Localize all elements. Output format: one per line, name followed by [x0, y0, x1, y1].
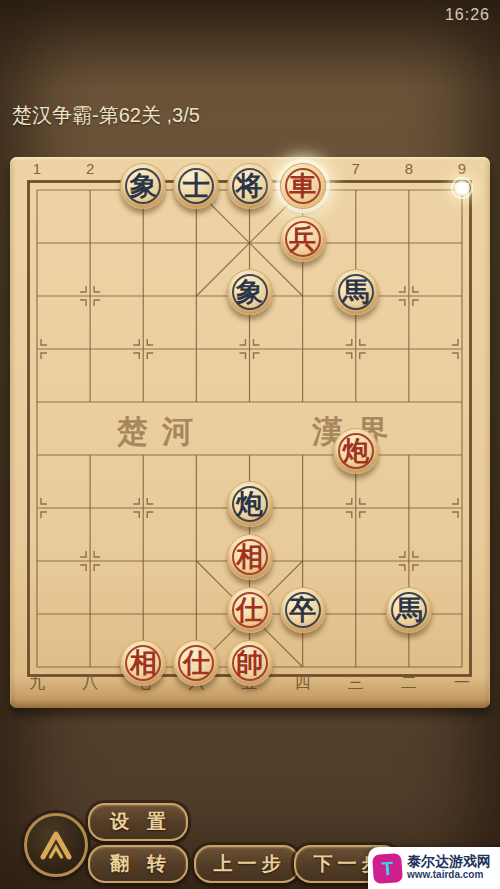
file-label-top: 7: [345, 160, 367, 177]
watermark-badge: T 泰尔达游戏网 www.tairda.com: [368, 847, 500, 889]
river-label-chu-he: 楚河: [95, 411, 215, 453]
flip-board-button[interactable]: 翻转: [88, 845, 188, 883]
piece-red-chariot[interactable]: 車: [280, 163, 326, 209]
file-label-bottom: 二: [398, 673, 420, 694]
menu-toggle-button[interactable]: [24, 813, 88, 877]
piece-red-advisor[interactable]: 仕: [227, 587, 273, 633]
file-label-bottom: 八: [79, 673, 101, 694]
app-screen: 16:26 楚汉争霸-第62关 ,3/5 楚河 漢界 123456789九八七六…: [0, 0, 500, 889]
piece-black-elephant[interactable]: 象: [227, 269, 273, 315]
file-label-top: 1: [26, 160, 48, 177]
piece-black-general[interactable]: 将: [227, 163, 273, 209]
settings-button-label: 设置: [110, 809, 184, 835]
last-move-origin-marker: [453, 179, 471, 197]
file-label-top: 2: [79, 160, 101, 177]
level-title: 楚汉争霸-第62关 ,3/5: [12, 102, 200, 129]
file-label-bottom: 一: [451, 673, 473, 694]
previous-move-label: 上一步: [214, 851, 286, 877]
watermark-site-name: 泰尔达游戏网: [407, 855, 491, 870]
chevron-up-icon: [38, 829, 74, 861]
file-label-top: 8: [398, 160, 420, 177]
piece-black-soldier[interactable]: 卒: [280, 587, 326, 633]
piece-red-general[interactable]: 帥: [227, 640, 273, 686]
previous-move-button[interactable]: 上一步: [194, 845, 300, 883]
piece-red-soldier[interactable]: 兵: [280, 216, 326, 262]
watermark-logo-icon: T: [372, 853, 403, 884]
piece-black-elephant[interactable]: 象: [120, 163, 166, 209]
piece-black-horse[interactable]: 馬: [386, 587, 432, 633]
piece-red-cannon[interactable]: 炮: [333, 428, 379, 474]
piece-red-elephant[interactable]: 相: [120, 640, 166, 686]
file-label-top: 9: [451, 160, 473, 177]
piece-red-elephant[interactable]: 相: [227, 534, 273, 580]
status-clock: 16:26: [445, 6, 490, 24]
file-label-bottom: 四: [292, 673, 314, 694]
watermark-site-url: www.tairda.com: [407, 870, 491, 881]
piece-black-horse[interactable]: 馬: [333, 269, 379, 315]
file-label-bottom: 九: [26, 673, 48, 694]
piece-black-cannon[interactable]: 炮: [227, 481, 273, 527]
settings-button[interactable]: 设置: [88, 803, 188, 841]
file-label-bottom: 三: [345, 673, 367, 694]
flip-button-label: 翻转: [110, 851, 184, 877]
xiangqi-board[interactable]: 楚河 漢界 123456789九八七六五四三二一象士将車兵象馬炮炮相仕卒馬相仕帥: [10, 157, 490, 708]
